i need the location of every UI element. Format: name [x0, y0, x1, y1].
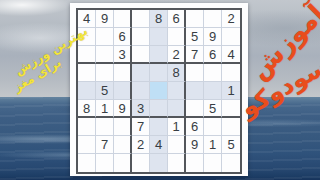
- sudoku-cell-r7c7[interactable]: 6: [186, 118, 204, 136]
- sudoku-cell-r5c6[interactable]: [168, 82, 186, 100]
- sudoku-cell-r6c5[interactable]: [150, 100, 168, 118]
- sudoku-cell-r4c3[interactable]: [114, 64, 132, 82]
- sudoku-cell-r2c5[interactable]: [150, 28, 168, 46]
- sudoku-cell-r8c7[interactable]: 9: [186, 136, 204, 154]
- sudoku-cell-r7c6[interactable]: 1: [168, 118, 186, 136]
- sudoku-cell-r1c7[interactable]: [186, 10, 204, 28]
- sudoku-cell-r6c6[interactable]: [168, 100, 186, 118]
- sudoku-cell-r3c6[interactable]: 2: [168, 46, 186, 64]
- sudoku-cell-r4c7[interactable]: [186, 64, 204, 82]
- sudoku-grid: 498626593276485181935716724915: [76, 8, 242, 174]
- sudoku-cell-r8c4[interactable]: 2: [132, 136, 150, 154]
- sudoku-cell-r7c2[interactable]: [96, 118, 114, 136]
- sudoku-cell-r6c3[interactable]: 9: [114, 100, 132, 118]
- sudoku-cell-r9c3[interactable]: [114, 154, 132, 172]
- sudoku-cell-r2c6[interactable]: [168, 28, 186, 46]
- sudoku-cell-r1c3[interactable]: [114, 10, 132, 28]
- sudoku-cell-r1c8[interactable]: [204, 10, 222, 28]
- sudoku-cell-r7c8[interactable]: [204, 118, 222, 136]
- sudoku-cell-r7c1[interactable]: [78, 118, 96, 136]
- sudoku-cell-r9c8[interactable]: [204, 154, 222, 172]
- sudoku-cell-r8c5[interactable]: 4: [150, 136, 168, 154]
- sudoku-cell-r6c9[interactable]: [222, 100, 240, 118]
- sudoku-cell-r2c2[interactable]: [96, 28, 114, 46]
- sudoku-cell-r3c7[interactable]: 7: [186, 46, 204, 64]
- sudoku-cell-r4c6[interactable]: 8: [168, 64, 186, 82]
- sudoku-cell-r3c9[interactable]: 4: [222, 46, 240, 64]
- sudoku-cell-r1c2[interactable]: 9: [96, 10, 114, 28]
- sudoku-cell-r9c6[interactable]: [168, 154, 186, 172]
- sudoku-cell-r3c1[interactable]: [78, 46, 96, 64]
- sudoku-cell-r3c5[interactable]: [150, 46, 168, 64]
- sudoku-cell-r1c5[interactable]: 8: [150, 10, 168, 28]
- sudoku-cell-r8c2[interactable]: 7: [96, 136, 114, 154]
- sudoku-cell-r7c5[interactable]: [150, 118, 168, 136]
- sudoku-cell-r9c2[interactable]: [96, 154, 114, 172]
- sudoku-cell-r4c5[interactable]: [150, 64, 168, 82]
- sudoku-cell-r9c9[interactable]: [222, 154, 240, 172]
- sudoku-cell-r3c2[interactable]: [96, 46, 114, 64]
- sudoku-cell-r1c6[interactable]: 6: [168, 10, 186, 28]
- sudoku-cell-r8c1[interactable]: [78, 136, 96, 154]
- sudoku-cell-r9c7[interactable]: [186, 154, 204, 172]
- sudoku-cell-r4c2[interactable]: [96, 64, 114, 82]
- sudoku-cell-r3c3[interactable]: 3: [114, 46, 132, 64]
- sudoku-cell-r5c7[interactable]: [186, 82, 204, 100]
- sudoku-cell-r5c5[interactable]: [150, 82, 168, 100]
- sudoku-cell-r4c1[interactable]: [78, 64, 96, 82]
- sudoku-cell-r9c4[interactable]: [132, 154, 150, 172]
- sudoku-cell-r4c9[interactable]: [222, 64, 240, 82]
- sudoku-cell-r3c8[interactable]: 6: [204, 46, 222, 64]
- sudoku-cell-r4c4[interactable]: [132, 64, 150, 82]
- sudoku-cell-r3c4[interactable]: [132, 46, 150, 64]
- sudoku-cell-r8c8[interactable]: 1: [204, 136, 222, 154]
- sudoku-cell-r5c1[interactable]: [78, 82, 96, 100]
- sudoku-cell-r2c7[interactable]: 5: [186, 28, 204, 46]
- sudoku-cell-r2c3[interactable]: 6: [114, 28, 132, 46]
- sudoku-cell-r2c9[interactable]: [222, 28, 240, 46]
- sudoku-cell-r8c6[interactable]: [168, 136, 186, 154]
- sudoku-cell-r5c3[interactable]: [114, 82, 132, 100]
- sudoku-cell-r9c1[interactable]: [78, 154, 96, 172]
- sudoku-cell-r7c9[interactable]: [222, 118, 240, 136]
- sudoku-cell-r6c8[interactable]: 5: [204, 100, 222, 118]
- sudoku-cell-r1c9[interactable]: 2: [222, 10, 240, 28]
- sudoku-cell-r6c2[interactable]: 1: [96, 100, 114, 118]
- sudoku-cell-r6c7[interactable]: [186, 100, 204, 118]
- sudoku-cell-r2c4[interactable]: [132, 28, 150, 46]
- sudoku-cell-r5c8[interactable]: [204, 82, 222, 100]
- sudoku-cell-r9c5[interactable]: [150, 154, 168, 172]
- sudoku-cell-r8c3[interactable]: [114, 136, 132, 154]
- sudoku-cell-r7c3[interactable]: [114, 118, 132, 136]
- sudoku-cell-r8c9[interactable]: 5: [222, 136, 240, 154]
- sudoku-cell-r7c4[interactable]: 7: [132, 118, 150, 136]
- sudoku-cell-r4c8[interactable]: [204, 64, 222, 82]
- sudoku-cell-r5c4[interactable]: [132, 82, 150, 100]
- sudoku-cell-r1c4[interactable]: [132, 10, 150, 28]
- sudoku-cell-r6c1[interactable]: 8: [78, 100, 96, 118]
- sudoku-cell-r6c4[interactable]: 3: [132, 100, 150, 118]
- sudoku-board-card: 498626593276485181935716724915: [70, 3, 248, 176]
- sudoku-cell-r2c8[interactable]: 9: [204, 28, 222, 46]
- sudoku-cell-r5c2[interactable]: 5: [96, 82, 114, 100]
